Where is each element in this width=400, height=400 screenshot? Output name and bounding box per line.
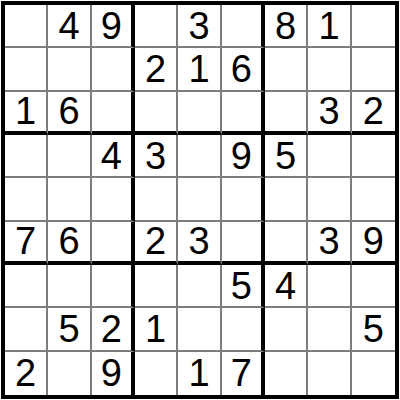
sudoku-board: 49381216163243957623395452152917 [1,1,399,399]
cell-r9c6[interactable]: 7 [222,352,265,395]
cell-r6c5[interactable]: 3 [178,222,221,265]
cell-r3c6[interactable] [222,92,265,135]
cell-r3c5[interactable] [178,92,221,135]
cell-r5c3[interactable] [92,178,135,221]
cell-r7c9[interactable] [352,265,395,308]
cell-r2c7[interactable] [265,48,308,91]
cell-r5c4[interactable] [135,178,178,221]
cell-r2c1[interactable] [5,48,48,91]
cell-r7c6[interactable]: 5 [222,265,265,308]
cell-r2c3[interactable] [92,48,135,91]
cell-r1c1[interactable] [5,5,48,48]
cell-r7c4[interactable] [135,265,178,308]
cell-r5c6[interactable] [222,178,265,221]
cell-r1c6[interactable] [222,5,265,48]
cell-r1c8[interactable]: 1 [308,5,351,48]
cell-r7c7[interactable]: 4 [265,265,308,308]
cell-r3c3[interactable] [92,92,135,135]
cell-r8c4[interactable]: 1 [135,308,178,351]
cell-r6c6[interactable] [222,222,265,265]
cell-r9c4[interactable] [135,352,178,395]
cell-r9c5[interactable]: 1 [178,352,221,395]
cell-r3c2[interactable]: 6 [48,92,91,135]
cell-r1c3[interactable]: 9 [92,5,135,48]
cell-r2c8[interactable] [308,48,351,91]
cell-r2c5[interactable]: 1 [178,48,221,91]
cell-r7c5[interactable] [178,265,221,308]
cell-r2c9[interactable] [352,48,395,91]
cell-r8c9[interactable]: 5 [352,308,395,351]
cell-r3c1[interactable]: 1 [5,92,48,135]
cell-r5c7[interactable] [265,178,308,221]
cell-r6c3[interactable] [92,222,135,265]
cell-r8c1[interactable] [5,308,48,351]
cell-r1c9[interactable] [352,5,395,48]
cell-r6c8[interactable]: 3 [308,222,351,265]
cell-r4c1[interactable] [5,135,48,178]
cell-r7c8[interactable] [308,265,351,308]
cell-r9c2[interactable] [48,352,91,395]
cell-r5c1[interactable] [5,178,48,221]
cell-r8c6[interactable] [222,308,265,351]
cell-r4c6[interactable]: 9 [222,135,265,178]
cell-r8c8[interactable] [308,308,351,351]
cell-r3c8[interactable]: 3 [308,92,351,135]
cell-r4c8[interactable] [308,135,351,178]
cell-r3c7[interactable] [265,92,308,135]
cell-r9c8[interactable] [308,352,351,395]
cell-r7c2[interactable] [48,265,91,308]
cell-r5c8[interactable] [308,178,351,221]
cell-r8c7[interactable] [265,308,308,351]
cell-r2c4[interactable]: 2 [135,48,178,91]
cell-r6c1[interactable]: 7 [5,222,48,265]
cell-r4c4[interactable]: 3 [135,135,178,178]
cell-r1c5[interactable]: 3 [178,5,221,48]
cell-r1c7[interactable]: 8 [265,5,308,48]
cell-r5c5[interactable] [178,178,221,221]
cell-r6c4[interactable]: 2 [135,222,178,265]
cell-r4c3[interactable]: 4 [92,135,135,178]
cell-r8c3[interactable]: 2 [92,308,135,351]
cell-r6c9[interactable]: 9 [352,222,395,265]
cell-r7c1[interactable] [5,265,48,308]
cell-r6c7[interactable] [265,222,308,265]
cell-r2c2[interactable] [48,48,91,91]
cell-r9c1[interactable]: 2 [5,352,48,395]
cell-r4c2[interactable] [48,135,91,178]
cell-r9c9[interactable] [352,352,395,395]
cell-r6c2[interactable]: 6 [48,222,91,265]
cell-r2c6[interactable]: 6 [222,48,265,91]
cell-r4c5[interactable] [178,135,221,178]
cell-r9c7[interactable] [265,352,308,395]
cell-r8c5[interactable] [178,308,221,351]
cell-r3c4[interactable] [135,92,178,135]
cell-r5c9[interactable] [352,178,395,221]
cell-r4c7[interactable]: 5 [265,135,308,178]
cell-r1c2[interactable]: 4 [48,5,91,48]
cell-r5c2[interactable] [48,178,91,221]
cell-r8c2[interactable]: 5 [48,308,91,351]
cell-r9c3[interactable]: 9 [92,352,135,395]
cell-r3c9[interactable]: 2 [352,92,395,135]
cell-r1c4[interactable] [135,5,178,48]
cell-r7c3[interactable] [92,265,135,308]
cell-r4c9[interactable] [352,135,395,178]
